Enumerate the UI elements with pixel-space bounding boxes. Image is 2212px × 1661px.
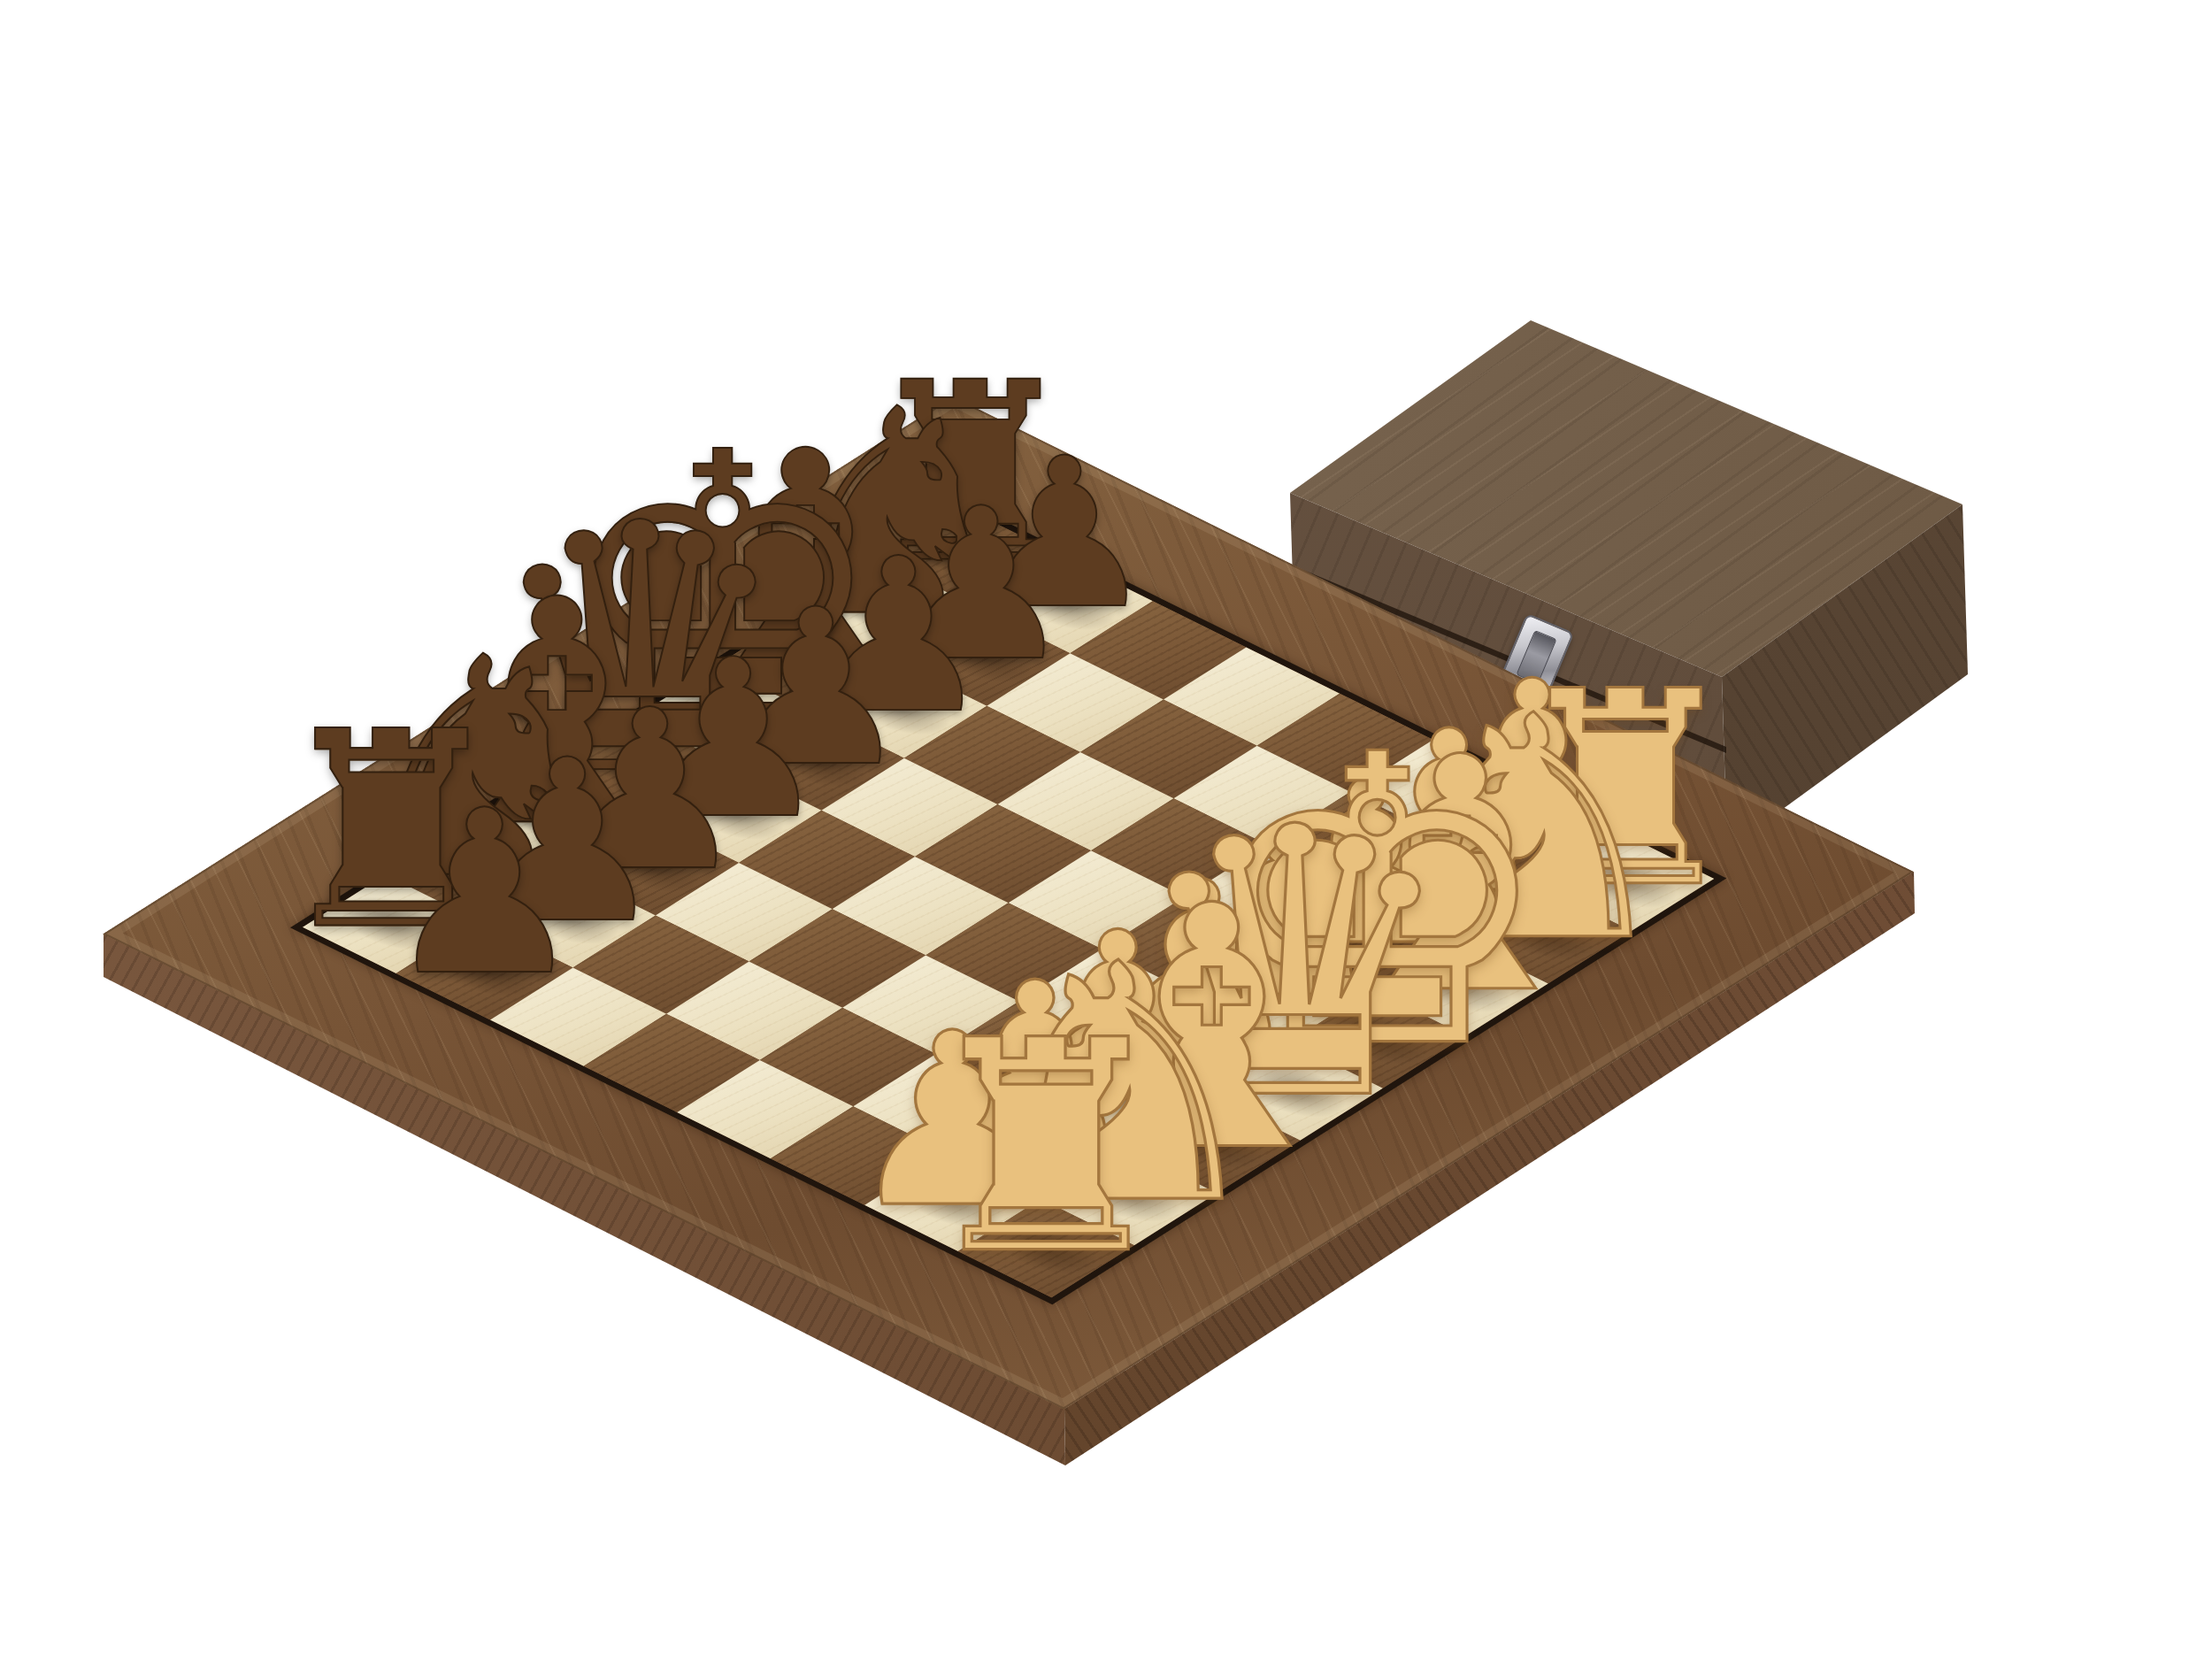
box-clasp-slot [1516,630,1556,684]
chess-set-photo: ♜♟♟♜♞♟♟♞♝♟♟♝♚♟♟♚♛♟♟♛♝♟♟♝♞♟♟♞♜♟♟♜ [0,0,2212,1661]
